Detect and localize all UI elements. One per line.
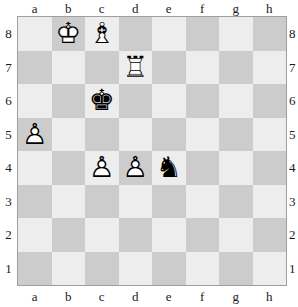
rank-label-8: 8 [0, 27, 17, 40]
chess-diagram: abcdefgh 87654321 ♚♔♝♗♜♖♚♟♙♟♙♟♙♞ 8765432… [0, 0, 298, 307]
square-c8[interactable]: ♝♗ [85, 17, 119, 51]
square-d7[interactable]: ♜♖ [119, 51, 153, 85]
square-d4[interactable]: ♟♙ [119, 151, 153, 185]
piece-white-king: ♚♔ [52, 17, 86, 51]
square-a3[interactable] [18, 185, 52, 219]
square-e1[interactable] [152, 252, 186, 286]
square-c6[interactable]: ♚ [85, 84, 119, 118]
rank-label-7: 7 [0, 61, 17, 74]
square-c2[interactable] [85, 218, 119, 252]
rank-label-6: 6 [287, 94, 298, 107]
square-h3[interactable] [253, 185, 287, 219]
file-label-d: d [119, 290, 153, 303]
square-f7[interactable] [186, 51, 220, 85]
piece-glyph: ♚ [85, 84, 119, 118]
file-label-c: c [85, 2, 119, 15]
square-h1[interactable] [253, 252, 287, 286]
square-b7[interactable] [52, 51, 86, 85]
square-h2[interactable] [253, 218, 287, 252]
file-label-h: h [253, 2, 287, 15]
square-b3[interactable] [52, 185, 86, 219]
square-c5[interactable] [85, 118, 119, 152]
square-b6[interactable] [52, 84, 86, 118]
rank-label-3: 3 [0, 195, 17, 208]
square-c3[interactable] [85, 185, 119, 219]
square-h4[interactable] [253, 151, 287, 185]
square-g8[interactable] [219, 17, 253, 51]
rank-label-3: 3 [287, 195, 298, 208]
chess-board: ♚♔♝♗♜♖♚♟♙♟♙♟♙♞ [17, 16, 287, 286]
file-label-b: b [52, 2, 86, 15]
piece-white-pawn: ♟♙ [85, 151, 119, 185]
square-a1[interactable] [18, 252, 52, 286]
square-f1[interactable] [186, 252, 220, 286]
square-d8[interactable] [119, 17, 153, 51]
file-label-d: d [119, 2, 153, 15]
square-e6[interactable] [152, 84, 186, 118]
square-e3[interactable] [152, 185, 186, 219]
square-a8[interactable] [18, 17, 52, 51]
file-label-a: a [18, 290, 52, 303]
square-a5[interactable]: ♟♙ [18, 118, 52, 152]
piece-glyph: ♙ [18, 118, 52, 152]
file-label-f: f [186, 2, 220, 15]
file-label-g: g [219, 290, 253, 303]
file-label-h: h [253, 290, 287, 303]
square-g5[interactable] [219, 118, 253, 152]
square-e2[interactable] [152, 218, 186, 252]
piece-white-rook: ♜♖ [119, 51, 153, 85]
piece-black-king: ♚ [85, 84, 119, 118]
rank-label-5: 5 [287, 128, 298, 141]
square-e4[interactable]: ♞ [152, 151, 186, 185]
corner-top-right [287, 0, 298, 16]
square-b4[interactable] [52, 151, 86, 185]
square-b2[interactable] [52, 218, 86, 252]
square-a7[interactable] [18, 51, 52, 85]
square-h7[interactable] [253, 51, 287, 85]
square-g1[interactable] [219, 252, 253, 286]
square-e7[interactable] [152, 51, 186, 85]
piece-glyph: ♞ [152, 151, 186, 185]
piece-glyph: ♙ [85, 151, 119, 185]
piece-glyph: ♔ [52, 17, 86, 51]
square-e5[interactable] [152, 118, 186, 152]
square-d3[interactable] [119, 185, 153, 219]
rank-labels-right: 87654321 [287, 16, 298, 286]
rank-label-6: 6 [0, 94, 17, 107]
square-f6[interactable] [186, 84, 220, 118]
file-label-b: b [52, 290, 86, 303]
piece-glyph: ♗ [85, 17, 119, 51]
square-g6[interactable] [219, 84, 253, 118]
file-labels-top: abcdefgh [17, 0, 287, 16]
square-a4[interactable] [18, 151, 52, 185]
square-c1[interactable] [85, 252, 119, 286]
square-g7[interactable] [219, 51, 253, 85]
square-b1[interactable] [52, 252, 86, 286]
rank-labels-left: 87654321 [0, 16, 17, 286]
rank-label-4: 4 [0, 161, 17, 174]
piece-glyph: ♙ [119, 151, 153, 185]
square-g2[interactable] [219, 218, 253, 252]
square-f8[interactable] [186, 17, 220, 51]
square-f3[interactable] [186, 185, 220, 219]
file-labels-bottom: abcdefgh [17, 286, 287, 307]
square-f2[interactable] [186, 218, 220, 252]
square-a2[interactable] [18, 218, 52, 252]
square-d6[interactable] [119, 84, 153, 118]
rank-label-5: 5 [0, 128, 17, 141]
rank-label-1: 1 [287, 262, 298, 275]
rank-label-8: 8 [287, 27, 298, 40]
square-d1[interactable] [119, 252, 153, 286]
rank-label-2: 2 [287, 228, 298, 241]
square-c7[interactable] [85, 51, 119, 85]
square-e8[interactable] [152, 17, 186, 51]
square-b8[interactable]: ♚♔ [52, 17, 86, 51]
square-d2[interactable] [119, 218, 153, 252]
rank-label-2: 2 [0, 228, 17, 241]
file-label-a: a [18, 2, 52, 15]
piece-glyph: ♖ [119, 51, 153, 85]
file-label-f: f [186, 290, 220, 303]
square-h5[interactable] [253, 118, 287, 152]
square-h6[interactable] [253, 84, 287, 118]
rank-label-1: 1 [0, 262, 17, 275]
square-d5[interactable] [119, 118, 153, 152]
square-h8[interactable] [253, 17, 287, 51]
rank-label-4: 4 [287, 161, 298, 174]
square-b5[interactable] [52, 118, 86, 152]
file-label-e: e [152, 2, 186, 15]
corner-top-left [0, 0, 17, 16]
piece-white-bishop: ♝♗ [85, 17, 119, 51]
square-f4[interactable] [186, 151, 220, 185]
square-a6[interactable] [18, 84, 52, 118]
square-g4[interactable] [219, 151, 253, 185]
file-label-g: g [219, 2, 253, 15]
rank-label-7: 7 [287, 61, 298, 74]
file-label-e: e [152, 290, 186, 303]
square-c4[interactable]: ♟♙ [85, 151, 119, 185]
file-label-c: c [85, 290, 119, 303]
piece-black-knight: ♞ [152, 151, 186, 185]
square-f5[interactable] [186, 118, 220, 152]
piece-white-pawn: ♟♙ [18, 118, 52, 152]
corner-bottom-left [0, 286, 17, 307]
piece-white-pawn: ♟♙ [119, 151, 153, 185]
square-g3[interactable] [219, 185, 253, 219]
corner-bottom-right [287, 286, 298, 307]
